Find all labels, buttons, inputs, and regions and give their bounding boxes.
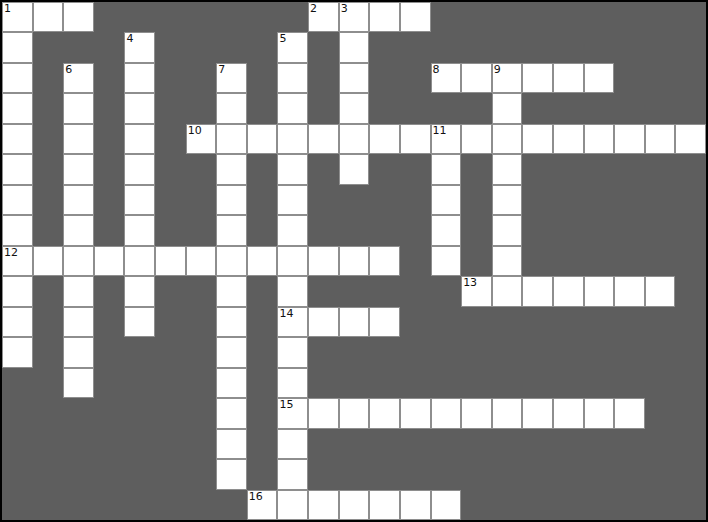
crossword-cell[interactable] [339,93,370,123]
crossword-cell[interactable] [584,124,615,154]
crossword-cell[interactable] [124,154,155,184]
crossword-cell[interactable] [63,337,94,367]
blocked-cell [431,93,462,123]
blocked-cell [645,63,676,93]
crossword-cell[interactable]: 16 [247,490,278,520]
blocked-cell [584,2,615,32]
blocked-cell [33,337,64,367]
blocked-cell [124,337,155,367]
crossword-cell[interactable] [63,368,94,398]
crossword-cell[interactable] [522,63,553,93]
blocked-cell [553,337,584,367]
clue-number: 5 [279,33,286,45]
blocked-cell [33,490,64,520]
blocked-cell [614,490,645,520]
crossword-cell[interactable] [63,246,94,276]
crossword-cell[interactable] [124,307,155,337]
blocked-cell [308,154,339,184]
crossword-cell[interactable] [553,63,584,93]
blocked-cell [584,32,615,62]
blocked-cell [155,276,186,306]
blocked-cell [155,63,186,93]
blocked-cell [2,459,33,489]
crossword-cell[interactable]: 15 [277,398,308,428]
blocked-cell [94,32,125,62]
blocked-cell [614,246,645,276]
blocked-cell [400,307,431,337]
crossword-cell[interactable]: 7 [216,63,247,93]
blocked-cell [369,459,400,489]
blocked-cell [308,32,339,62]
blocked-cell [2,368,33,398]
crossword-cell[interactable] [431,154,462,184]
blocked-cell [63,32,94,62]
crossword-cell[interactable] [339,124,370,154]
blocked-cell [308,93,339,123]
blocked-cell [584,215,615,245]
crossword-cell[interactable] [369,490,400,520]
blocked-cell [492,337,523,367]
crossword-cell[interactable] [492,93,523,123]
crossword-cell[interactable] [369,2,400,32]
blocked-cell [522,307,553,337]
blocked-cell [461,154,492,184]
blocked-cell [247,398,278,428]
blocked-cell [94,459,125,489]
crossword-cell[interactable] [2,307,33,337]
blocked-cell [522,429,553,459]
crossword-cell[interactable] [369,307,400,337]
blocked-cell [400,368,431,398]
crossword-cell[interactable] [124,63,155,93]
blocked-cell [675,32,706,62]
crossword-cell[interactable] [584,398,615,428]
crossword-cell[interactable] [216,307,247,337]
crossword-cell[interactable] [400,124,431,154]
crossword-cell[interactable] [431,490,462,520]
blocked-cell [186,215,217,245]
crossword-cell[interactable] [63,124,94,154]
blocked-cell [308,63,339,93]
crossword-cell[interactable]: 6 [63,63,94,93]
blocked-cell [155,307,186,337]
crossword-cell[interactable] [553,124,584,154]
blocked-cell [461,93,492,123]
crossword-cell[interactable] [216,93,247,123]
crossword-cell[interactable] [584,63,615,93]
crossword-cell[interactable] [247,246,278,276]
blocked-cell [675,63,706,93]
crossword-cell[interactable] [369,246,400,276]
crossword-cell[interactable] [63,307,94,337]
crossword-cell[interactable] [216,185,247,215]
crossword-cell[interactable]: 12 [2,246,33,276]
crossword-cell[interactable] [339,246,370,276]
blocked-cell [155,2,186,32]
blocked-cell [584,459,615,489]
crossword-cell[interactable] [186,246,217,276]
crossword-cell[interactable] [124,276,155,306]
blocked-cell [553,2,584,32]
crossword-cell[interactable] [216,154,247,184]
crossword-cell[interactable] [216,246,247,276]
crossword-cell[interactable] [522,398,553,428]
blocked-cell [614,307,645,337]
clue-number: 6 [65,64,72,76]
blocked-cell [33,185,64,215]
blocked-cell [339,337,370,367]
blocked-cell [94,337,125,367]
crossword-cell[interactable] [400,2,431,32]
crossword-cell[interactable]: 8 [431,63,462,93]
crossword-cell[interactable] [339,154,370,184]
crossword-cell[interactable] [63,215,94,245]
crossword-cell[interactable] [124,93,155,123]
blocked-cell [94,398,125,428]
crossword-cell[interactable] [431,246,462,276]
crossword-cell[interactable] [308,398,339,428]
blocked-cell [186,154,217,184]
blocked-cell [247,276,278,306]
clue-number: 8 [433,64,440,76]
crossword-cell[interactable] [216,398,247,428]
crossword-cell[interactable] [155,246,186,276]
blocked-cell [2,398,33,428]
blocked-cell [124,398,155,428]
blocked-cell [400,215,431,245]
crossword-cell[interactable] [216,429,247,459]
crossword-cell[interactable] [492,185,523,215]
crossword-cell[interactable] [124,215,155,245]
crossword-cell[interactable] [2,154,33,184]
blocked-cell [155,337,186,367]
crossword-cell[interactable] [2,93,33,123]
blocked-cell [369,32,400,62]
crossword-cell[interactable] [277,490,308,520]
blocked-cell [400,154,431,184]
blocked-cell [155,32,186,62]
clue-number: 3 [341,3,348,15]
crossword-cell[interactable] [277,337,308,367]
crossword-cell[interactable] [277,246,308,276]
blocked-cell [614,154,645,184]
crossword-cell[interactable]: 10 [186,124,217,154]
crossword-cell[interactable]: 14 [277,307,308,337]
blocked-cell [675,276,706,306]
blocked-cell [94,276,125,306]
crossword-cell[interactable] [63,185,94,215]
blocked-cell [614,337,645,367]
crossword-cell[interactable] [431,185,462,215]
crossword-cell[interactable] [63,93,94,123]
crossword-cell[interactable] [492,246,523,276]
blocked-cell [247,2,278,32]
crossword-cell[interactable] [584,276,615,306]
blocked-cell [522,2,553,32]
crossword-cell[interactable] [369,398,400,428]
blocked-cell [63,429,94,459]
crossword-cell[interactable]: 2 [308,2,339,32]
blocked-cell [522,32,553,62]
blocked-cell [247,215,278,245]
blocked-cell [553,93,584,123]
blocked-cell [492,368,523,398]
crossword-cell[interactable] [2,124,33,154]
crossword-cell[interactable] [2,32,33,62]
crossword-cell[interactable] [277,368,308,398]
crossword-cell[interactable] [400,490,431,520]
blocked-cell [584,185,615,215]
crossword-cell[interactable] [216,459,247,489]
crossword-cell[interactable] [492,154,523,184]
blocked-cell [339,368,370,398]
blocked-cell [461,337,492,367]
blocked-cell [553,154,584,184]
crossword-cell[interactable] [277,276,308,306]
blocked-cell [369,215,400,245]
blocked-cell [522,215,553,245]
crossword-cell[interactable] [33,246,64,276]
crossword-cell[interactable] [339,490,370,520]
blocked-cell [155,398,186,428]
crossword-cell[interactable] [339,32,370,62]
blocked-cell [247,154,278,184]
crossword-grid: 12345678910111213141516 [0,0,708,522]
crossword-cell[interactable] [216,276,247,306]
crossword-cell[interactable] [277,185,308,215]
blocked-cell [94,368,125,398]
blocked-cell [155,124,186,154]
blocked-cell [614,215,645,245]
crossword-cell[interactable] [216,124,247,154]
clue-number: 13 [463,277,477,289]
blocked-cell [369,93,400,123]
blocked-cell [492,429,523,459]
crossword-cell[interactable] [308,246,339,276]
blocked-cell [33,154,64,184]
blocked-cell [247,63,278,93]
blocked-cell [2,490,33,520]
crossword-cell[interactable] [339,398,370,428]
crossword-cell[interactable] [63,2,94,32]
crossword-cell[interactable] [308,307,339,337]
blocked-cell [33,63,64,93]
blocked-cell [522,93,553,123]
crossword-cell[interactable] [216,337,247,367]
crossword-cell[interactable] [2,63,33,93]
blocked-cell [553,307,584,337]
blocked-cell [645,32,676,62]
crossword-cell[interactable]: 4 [124,32,155,62]
blocked-cell [522,246,553,276]
blocked-cell [461,32,492,62]
blocked-cell [675,398,706,428]
crossword-cell[interactable] [2,185,33,215]
crossword-cell[interactable] [33,2,64,32]
blocked-cell [645,93,676,123]
blocked-cell [94,307,125,337]
blocked-cell [461,368,492,398]
crossword-cell[interactable] [461,398,492,428]
crossword-cell[interactable] [553,398,584,428]
blocked-cell [247,459,278,489]
crossword-cell[interactable] [492,276,523,306]
crossword-cell[interactable] [522,124,553,154]
blocked-cell [94,63,125,93]
crossword-cell[interactable]: 1 [2,2,33,32]
blocked-cell [186,429,217,459]
blocked-cell [400,337,431,367]
blocked-cell [675,337,706,367]
blocked-cell [216,32,247,62]
clue-number: 12 [4,247,18,259]
blocked-cell [614,32,645,62]
crossword-cell[interactable] [553,276,584,306]
blocked-cell [247,32,278,62]
blocked-cell [553,185,584,215]
clue-number: 11 [433,125,447,137]
blocked-cell [400,63,431,93]
crossword-cell[interactable] [277,63,308,93]
blocked-cell [186,368,217,398]
crossword-cell[interactable]: 5 [277,32,308,62]
blocked-cell [186,490,217,520]
crossword-cell[interactable]: 3 [339,2,370,32]
blocked-cell [584,93,615,123]
crossword-cell[interactable] [645,124,676,154]
crossword-cell[interactable] [431,215,462,245]
blocked-cell [675,185,706,215]
blocked-cell [675,215,706,245]
blocked-cell [247,93,278,123]
crossword-cell[interactable] [614,124,645,154]
blocked-cell [2,429,33,459]
blocked-cell [339,276,370,306]
crossword-cell[interactable] [400,398,431,428]
crossword-cell[interactable]: 13 [461,276,492,306]
crossword-cell[interactable] [277,215,308,245]
blocked-cell [33,32,64,62]
crossword-cell[interactable] [461,63,492,93]
crossword-cell[interactable] [339,63,370,93]
blocked-cell [584,368,615,398]
crossword-cell[interactable]: 11 [431,124,462,154]
blocked-cell [94,154,125,184]
crossword-cell[interactable] [339,307,370,337]
crossword-cell[interactable] [431,398,462,428]
crossword-cell[interactable] [277,429,308,459]
crossword-cell[interactable] [277,124,308,154]
blocked-cell [675,246,706,276]
crossword-cell[interactable] [277,459,308,489]
blocked-cell [94,124,125,154]
blocked-cell [186,459,217,489]
blocked-cell [124,459,155,489]
blocked-cell [492,307,523,337]
clue-number: 15 [279,399,293,411]
blocked-cell [584,429,615,459]
blocked-cell [461,459,492,489]
blocked-cell [461,185,492,215]
crossword-cell[interactable] [277,154,308,184]
crossword-cell[interactable] [216,215,247,245]
crossword-cell[interactable] [308,490,339,520]
blocked-cell [645,307,676,337]
blocked-cell [645,246,676,276]
blocked-cell [614,368,645,398]
blocked-cell [675,93,706,123]
crossword-cell[interactable] [675,124,706,154]
crossword-cell[interactable] [308,124,339,154]
blocked-cell [431,32,462,62]
blocked-cell [33,276,64,306]
blocked-cell [675,368,706,398]
blocked-cell [645,429,676,459]
blocked-cell [553,32,584,62]
blocked-cell [461,429,492,459]
crossword-cell[interactable] [277,93,308,123]
blocked-cell [247,307,278,337]
crossword-cell[interactable] [492,215,523,245]
blocked-cell [339,459,370,489]
crossword-cell[interactable] [2,276,33,306]
blocked-cell [400,32,431,62]
blocked-cell [645,398,676,428]
blocked-cell [675,459,706,489]
crossword-cell[interactable] [124,246,155,276]
blocked-cell [186,93,217,123]
blocked-cell [33,93,64,123]
crossword-cell[interactable] [492,398,523,428]
blocked-cell [522,368,553,398]
blocked-cell [308,276,339,306]
crossword-cell[interactable] [124,124,155,154]
crossword-cell[interactable] [614,276,645,306]
crossword-cell[interactable] [63,276,94,306]
blocked-cell [186,185,217,215]
blocked-cell [33,124,64,154]
blocked-cell [308,185,339,215]
crossword-cell[interactable] [492,124,523,154]
blocked-cell [155,93,186,123]
blocked-cell [94,490,125,520]
crossword-cell[interactable] [645,276,676,306]
blocked-cell [675,429,706,459]
crossword-cell[interactable] [614,398,645,428]
crossword-cell[interactable]: 9 [492,63,523,93]
crossword-cell[interactable] [2,337,33,367]
clue-number: 4 [126,33,133,45]
blocked-cell [645,490,676,520]
blocked-cell [216,2,247,32]
blocked-cell [553,246,584,276]
crossword-cell[interactable] [522,276,553,306]
crossword-cell[interactable] [216,368,247,398]
crossword-cell[interactable] [124,185,155,215]
crossword-cell[interactable] [63,154,94,184]
blocked-cell [186,2,217,32]
blocked-cell [584,154,615,184]
blocked-cell [277,2,308,32]
crossword-cell[interactable] [94,246,125,276]
crossword-cell[interactable] [2,215,33,245]
blocked-cell [339,429,370,459]
crossword-cell[interactable] [369,124,400,154]
crossword-cell[interactable] [461,124,492,154]
crossword-cell[interactable] [247,124,278,154]
blocked-cell [431,429,462,459]
blocked-cell [614,2,645,32]
